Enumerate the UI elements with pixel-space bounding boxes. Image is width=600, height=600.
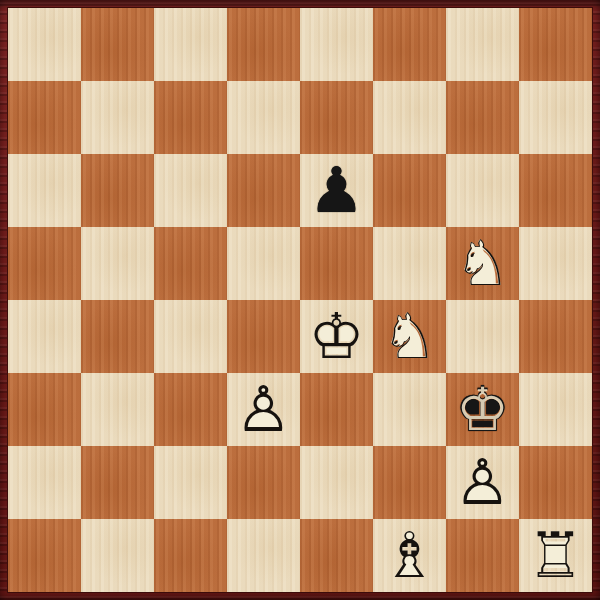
square-g6[interactable] xyxy=(446,154,519,227)
square-h4[interactable] xyxy=(519,300,592,373)
square-d8[interactable] xyxy=(227,8,300,81)
square-a4[interactable] xyxy=(8,300,81,373)
square-h3[interactable] xyxy=(519,373,592,446)
square-f6[interactable] xyxy=(373,154,446,227)
piece-black-king-g3[interactable]: ♚♔ xyxy=(446,373,519,446)
square-e7[interactable] xyxy=(300,81,373,154)
square-f5[interactable] xyxy=(373,227,446,300)
square-f7[interactable] xyxy=(373,81,446,154)
square-b1[interactable] xyxy=(81,519,154,592)
chess-board: ♟♞♘♚♔♞♘♟♙♚♔♟♙♝♗♜♖ xyxy=(8,8,592,592)
white-king-outline-icon: ♔ xyxy=(300,300,373,373)
square-e3[interactable] xyxy=(300,373,373,446)
square-b6[interactable] xyxy=(81,154,154,227)
square-a1[interactable] xyxy=(8,519,81,592)
square-c2[interactable] xyxy=(154,446,227,519)
square-h6[interactable] xyxy=(519,154,592,227)
square-b2[interactable] xyxy=(81,446,154,519)
square-d2[interactable] xyxy=(227,446,300,519)
square-g5[interactable]: ♞♘ xyxy=(446,227,519,300)
square-d1[interactable] xyxy=(227,519,300,592)
square-h8[interactable] xyxy=(519,8,592,81)
square-e8[interactable] xyxy=(300,8,373,81)
piece-white-rook-h1[interactable]: ♜♖ xyxy=(519,519,592,592)
piece-white-knight-g5[interactable]: ♞♘ xyxy=(446,227,519,300)
square-d3[interactable]: ♟♙ xyxy=(227,373,300,446)
white-bishop-outline-icon: ♗ xyxy=(373,519,446,592)
square-b5[interactable] xyxy=(81,227,154,300)
square-g8[interactable] xyxy=(446,8,519,81)
square-f4[interactable]: ♞♘ xyxy=(373,300,446,373)
piece-white-pawn-d3[interactable]: ♟♙ xyxy=(227,373,300,446)
square-c7[interactable] xyxy=(154,81,227,154)
piece-white-king-e4[interactable]: ♚♔ xyxy=(300,300,373,373)
white-knight-outline-icon: ♘ xyxy=(446,227,519,300)
square-f8[interactable] xyxy=(373,8,446,81)
square-e4[interactable]: ♚♔ xyxy=(300,300,373,373)
square-e6[interactable]: ♟ xyxy=(300,154,373,227)
square-f1[interactable]: ♝♗ xyxy=(373,519,446,592)
square-c8[interactable] xyxy=(154,8,227,81)
square-g3[interactable]: ♚♔ xyxy=(446,373,519,446)
white-pawn-outline-icon: ♙ xyxy=(227,373,300,446)
square-b3[interactable] xyxy=(81,373,154,446)
square-c5[interactable] xyxy=(154,227,227,300)
square-e5[interactable] xyxy=(300,227,373,300)
square-c3[interactable] xyxy=(154,373,227,446)
piece-white-bishop-f1[interactable]: ♝♗ xyxy=(373,519,446,592)
square-d7[interactable] xyxy=(227,81,300,154)
white-rook-outline-icon: ♖ xyxy=(519,519,592,592)
square-d4[interactable] xyxy=(227,300,300,373)
square-d5[interactable] xyxy=(227,227,300,300)
square-b4[interactable] xyxy=(81,300,154,373)
square-f3[interactable] xyxy=(373,373,446,446)
square-a7[interactable] xyxy=(8,81,81,154)
piece-black-pawn-e6[interactable]: ♟ xyxy=(300,154,373,227)
square-d6[interactable] xyxy=(227,154,300,227)
square-h1[interactable]: ♜♖ xyxy=(519,519,592,592)
square-b7[interactable] xyxy=(81,81,154,154)
board-frame: ♟♞♘♚♔♞♘♟♙♚♔♟♙♝♗♜♖ xyxy=(0,0,600,600)
square-b8[interactable] xyxy=(81,8,154,81)
square-g1[interactable] xyxy=(446,519,519,592)
square-h7[interactable] xyxy=(519,81,592,154)
square-g7[interactable] xyxy=(446,81,519,154)
square-a2[interactable] xyxy=(8,446,81,519)
square-g2[interactable]: ♟♙ xyxy=(446,446,519,519)
piece-white-pawn-g2[interactable]: ♟♙ xyxy=(446,446,519,519)
square-f2[interactable] xyxy=(373,446,446,519)
square-g4[interactable] xyxy=(446,300,519,373)
piece-white-knight-f4[interactable]: ♞♘ xyxy=(373,300,446,373)
square-e2[interactable] xyxy=(300,446,373,519)
square-e1[interactable] xyxy=(300,519,373,592)
square-h2[interactable] xyxy=(519,446,592,519)
black-king-outline-icon: ♔ xyxy=(448,375,517,444)
square-a8[interactable] xyxy=(8,8,81,81)
square-c1[interactable] xyxy=(154,519,227,592)
square-a3[interactable] xyxy=(8,373,81,446)
square-c6[interactable] xyxy=(154,154,227,227)
square-a5[interactable] xyxy=(8,227,81,300)
square-c4[interactable] xyxy=(154,300,227,373)
white-pawn-outline-icon: ♙ xyxy=(446,446,519,519)
white-knight-outline-icon: ♘ xyxy=(373,300,446,373)
square-a6[interactable] xyxy=(8,154,81,227)
black-pawn-icon: ♟ xyxy=(300,154,373,227)
square-h5[interactable] xyxy=(519,227,592,300)
